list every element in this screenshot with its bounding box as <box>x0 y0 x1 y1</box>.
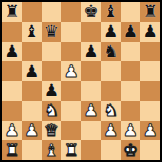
black-pawn-piece: ♟ <box>143 23 158 40</box>
square-f5[interactable] <box>101 61 121 81</box>
square-f6[interactable]: ♞ <box>101 42 121 62</box>
square-e6[interactable]: ♟ <box>81 42 101 62</box>
white-pawn-piece: ♟ <box>24 122 39 139</box>
square-a7[interactable] <box>2 22 22 42</box>
square-f4[interactable] <box>101 81 121 101</box>
square-d7[interactable] <box>61 22 81 42</box>
white-knight-piece: ♞ <box>103 102 118 119</box>
square-e2[interactable] <box>81 121 101 141</box>
square-c1[interactable]: ♝ <box>42 140 62 160</box>
square-b2[interactable]: ♟ <box>22 121 42 141</box>
black-rook-piece: ♜ <box>143 3 158 20</box>
square-c6[interactable] <box>42 42 62 62</box>
white-pawn-piece: ♟ <box>143 122 158 139</box>
white-knight-piece: ♞ <box>44 102 59 119</box>
square-h5[interactable] <box>140 61 160 81</box>
black-pawn-piece: ♟ <box>103 23 118 40</box>
square-h8[interactable]: ♜ <box>140 2 160 22</box>
square-g8[interactable] <box>121 2 141 22</box>
white-pawn-piece: ♟ <box>103 122 118 139</box>
black-pawn-piece: ♟ <box>44 82 59 99</box>
black-rook-piece: ♜ <box>4 3 19 20</box>
square-a8[interactable]: ♜ <box>2 2 22 22</box>
square-h7[interactable]: ♟ <box>140 22 160 42</box>
square-h3[interactable] <box>140 101 160 121</box>
black-queen-piece: ♛ <box>44 23 59 40</box>
white-pawn-piece: ♟ <box>4 122 19 139</box>
square-d6[interactable] <box>61 42 81 62</box>
black-knight-piece: ♞ <box>103 43 118 60</box>
white-rook-piece: ♜ <box>4 142 19 159</box>
white-queen-piece: ♛ <box>44 122 59 139</box>
square-c2[interactable]: ♛ <box>42 121 62 141</box>
square-h4[interactable] <box>140 81 160 101</box>
white-king-piece: ♚ <box>123 142 138 159</box>
square-e8[interactable]: ♚ <box>81 2 101 22</box>
chess-board: ♜♚♝♜♝♛♟♟♟♟♟♞♟♟♟♞♟♞♟♟♛♟♟♟♜♝♜♚ <box>2 2 160 160</box>
chess-board-frame: ♜♚♝♜♝♛♟♟♟♟♟♞♟♟♟♞♟♞♟♟♛♟♟♟♜♝♜♚ <box>0 0 162 162</box>
black-bishop-piece: ♝ <box>24 23 39 40</box>
square-h6[interactable] <box>140 42 160 62</box>
square-g3[interactable] <box>121 101 141 121</box>
square-f3[interactable]: ♞ <box>101 101 121 121</box>
square-g1[interactable]: ♚ <box>121 140 141 160</box>
square-a4[interactable] <box>2 81 22 101</box>
square-f1[interactable] <box>101 140 121 160</box>
square-c4[interactable]: ♟ <box>42 81 62 101</box>
black-pawn-piece: ♟ <box>83 43 98 60</box>
square-d4[interactable] <box>61 81 81 101</box>
square-b6[interactable] <box>22 42 42 62</box>
square-b4[interactable] <box>22 81 42 101</box>
black-pawn-piece: ♟ <box>24 63 39 80</box>
square-a2[interactable]: ♟ <box>2 121 22 141</box>
square-c3[interactable]: ♞ <box>42 101 62 121</box>
square-b7[interactable]: ♝ <box>22 22 42 42</box>
square-c7[interactable]: ♛ <box>42 22 62 42</box>
square-b8[interactable] <box>22 2 42 22</box>
square-g6[interactable] <box>121 42 141 62</box>
square-b5[interactable]: ♟ <box>22 61 42 81</box>
square-d8[interactable] <box>61 2 81 22</box>
square-f7[interactable]: ♟ <box>101 22 121 42</box>
square-e3[interactable]: ♟ <box>81 101 101 121</box>
black-pawn-piece: ♟ <box>123 23 138 40</box>
square-g7[interactable]: ♟ <box>121 22 141 42</box>
white-rook-piece: ♜ <box>64 142 79 159</box>
square-b1[interactable] <box>22 140 42 160</box>
square-g4[interactable] <box>121 81 141 101</box>
black-pawn-piece: ♟ <box>4 43 19 60</box>
square-e1[interactable] <box>81 140 101 160</box>
square-c8[interactable] <box>42 2 62 22</box>
white-pawn-piece: ♟ <box>83 102 98 119</box>
white-bishop-piece: ♝ <box>44 142 59 159</box>
white-pawn-piece: ♟ <box>64 63 79 80</box>
square-a3[interactable] <box>2 101 22 121</box>
square-h2[interactable]: ♟ <box>140 121 160 141</box>
square-d1[interactable]: ♜ <box>61 140 81 160</box>
black-bishop-piece: ♝ <box>103 3 118 20</box>
black-king-piece: ♚ <box>83 3 98 20</box>
square-f2[interactable]: ♟ <box>101 121 121 141</box>
square-d2[interactable] <box>61 121 81 141</box>
square-e7[interactable] <box>81 22 101 42</box>
square-d5[interactable]: ♟ <box>61 61 81 81</box>
square-a5[interactable] <box>2 61 22 81</box>
square-c5[interactable] <box>42 61 62 81</box>
square-a1[interactable]: ♜ <box>2 140 22 160</box>
square-a6[interactable]: ♟ <box>2 42 22 62</box>
white-pawn-piece: ♟ <box>123 122 138 139</box>
square-g2[interactable]: ♟ <box>121 121 141 141</box>
square-g5[interactable] <box>121 61 141 81</box>
square-h1[interactable] <box>140 140 160 160</box>
square-f8[interactable]: ♝ <box>101 2 121 22</box>
square-e4[interactable] <box>81 81 101 101</box>
square-b3[interactable] <box>22 101 42 121</box>
square-d3[interactable] <box>61 101 81 121</box>
square-e5[interactable] <box>81 61 101 81</box>
